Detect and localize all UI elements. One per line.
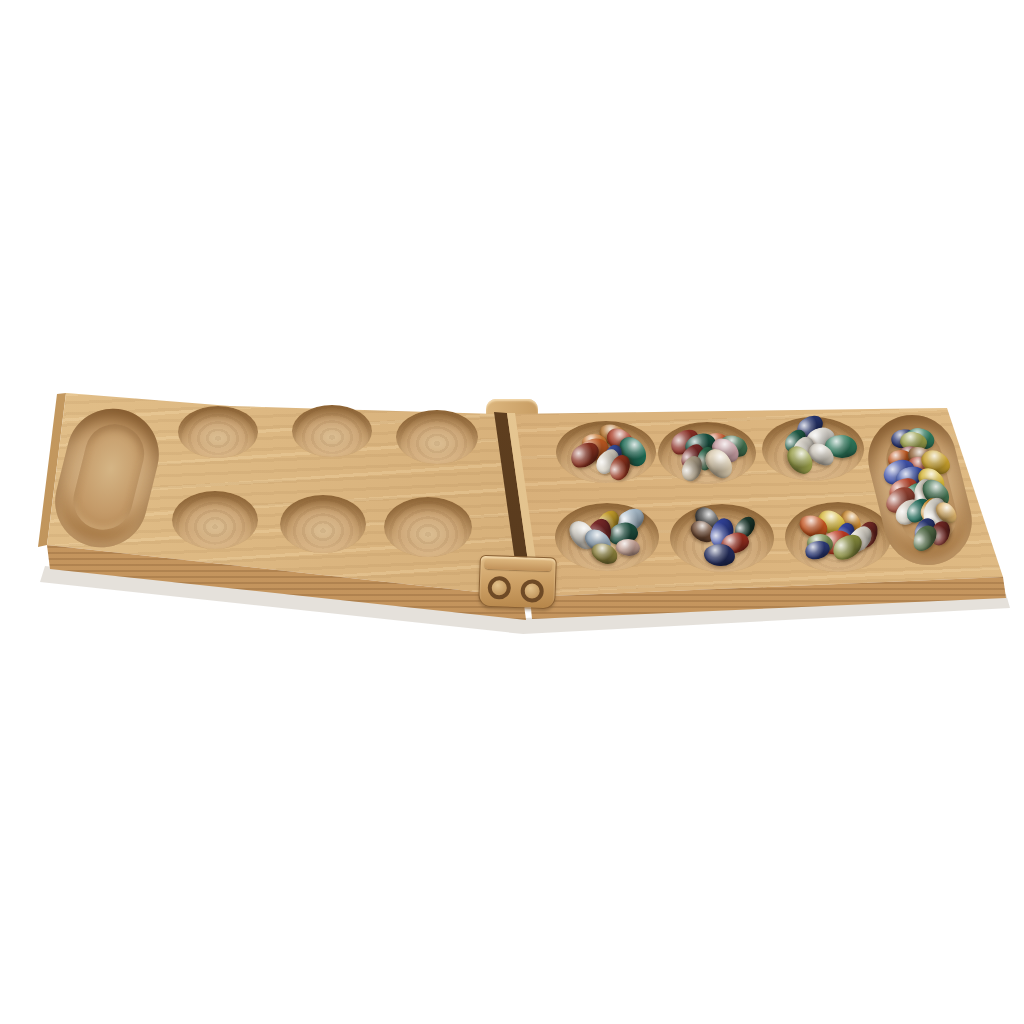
pit-right-bottom-2[interactable]	[670, 504, 774, 572]
store-left[interactable]	[45, 399, 168, 557]
pit-left-top-1[interactable]	[178, 406, 258, 458]
pit-right-bottom-1[interactable]	[555, 503, 659, 571]
pit-right-top-1[interactable]	[556, 421, 656, 483]
pit-right-bottom-3[interactable]	[785, 502, 891, 572]
pits-layer	[0, 0, 1024, 1024]
pit-right-top-2[interactable]	[658, 422, 756, 484]
product-photo-scene	[0, 0, 1024, 1024]
pit-left-top-2-recess	[292, 405, 372, 457]
pit-left-bottom-1-recess	[172, 491, 258, 549]
pit-left-top-3-recess	[396, 410, 478, 464]
pit-left-bottom-3[interactable]	[384, 497, 472, 557]
pit-left-bottom-2[interactable]	[280, 495, 366, 553]
pit-left-top-2[interactable]	[292, 405, 372, 457]
pit-left-bottom-3-recess	[384, 497, 472, 557]
pit-left-bottom-2-recess	[280, 495, 366, 553]
store-left-recess	[45, 399, 168, 557]
pit-left-top-1-recess	[178, 406, 258, 458]
pit-left-top-3[interactable]	[396, 410, 478, 464]
pit-left-bottom-1[interactable]	[172, 491, 258, 549]
pit-right-top-3[interactable]	[762, 417, 864, 481]
